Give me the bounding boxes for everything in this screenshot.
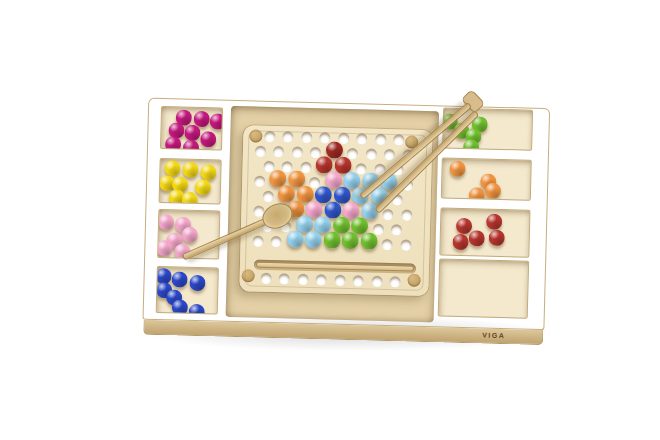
- board-bead-red[interactable]: [315, 156, 332, 173]
- board-bead-orange[interactable]: [296, 185, 313, 202]
- board-hole[interactable]: [391, 224, 402, 235]
- board-hole[interactable]: [355, 163, 366, 174]
- board-hole[interactable]: [301, 131, 312, 142]
- board-bead-pink[interactable]: [305, 200, 322, 217]
- tray-ball-red[interactable]: [469, 230, 485, 246]
- tray-ball-magenta[interactable]: [210, 113, 224, 129]
- viga-logo: VIGA: [482, 332, 505, 340]
- board-hole[interactable]: [371, 275, 382, 286]
- board-hole[interactable]: [347, 147, 358, 158]
- board-hole[interactable]: [334, 274, 345, 285]
- tray-compartment-blue: [156, 266, 219, 315]
- board-hole[interactable]: [381, 238, 392, 249]
- board-bead-light_blue[interactable]: [286, 230, 303, 247]
- board-hole[interactable]: [262, 190, 273, 201]
- board-bead-dark_red[interactable]: [325, 141, 342, 158]
- board-bead-light_blue[interactable]: [304, 230, 321, 247]
- board-hole[interactable]: [282, 131, 293, 142]
- board-bead-orange[interactable]: [269, 169, 286, 186]
- board-hole[interactable]: [375, 133, 386, 144]
- board-bead-green[interactable]: [360, 232, 377, 249]
- board-bead-orange[interactable]: [288, 170, 305, 187]
- corner-peg: [249, 129, 262, 142]
- tray-ball-yellow[interactable]: [181, 192, 197, 205]
- tray-ball-red[interactable]: [456, 218, 472, 234]
- tray-ball-yellow[interactable]: [195, 179, 211, 195]
- tray-ball-pink[interactable]: [158, 214, 174, 230]
- board-hole[interactable]: [382, 208, 393, 219]
- tray-compartment-yellow: [159, 158, 222, 205]
- board-hole[interactable]: [270, 235, 281, 246]
- board-hole[interactable]: [319, 132, 330, 143]
- board-hole[interactable]: [356, 133, 367, 144]
- board-hole[interactable]: [281, 161, 292, 172]
- tray-ball-yellow[interactable]: [182, 162, 198, 178]
- board-hole[interactable]: [252, 235, 263, 246]
- tray-compartment-orange: [441, 157, 532, 200]
- tray-ball-pink[interactable]: [182, 227, 198, 243]
- tray-ball-green[interactable]: [463, 139, 479, 151]
- board-hole[interactable]: [291, 146, 302, 157]
- board-bead-green[interactable]: [351, 217, 368, 234]
- board-hole[interactable]: [372, 223, 383, 234]
- tray-ball-blue[interactable]: [189, 304, 205, 315]
- board-bead-light_blue[interactable]: [295, 215, 312, 232]
- board-hole[interactable]: [263, 160, 274, 171]
- tray-ball-red[interactable]: [486, 214, 502, 230]
- tray-surface: [143, 98, 551, 330]
- board-hole[interactable]: [338, 132, 349, 143]
- tray-ball-magenta[interactable]: [165, 136, 181, 150]
- board-hole[interactable]: [273, 145, 284, 156]
- board-hole[interactable]: [352, 275, 363, 286]
- board-hole[interactable]: [393, 134, 404, 145]
- board-bead-pink[interactable]: [342, 201, 359, 218]
- board-hole[interactable]: [254, 145, 265, 156]
- tray-ball-yellow[interactable]: [164, 160, 180, 176]
- board-hole[interactable]: [309, 176, 320, 187]
- corner-peg: [241, 269, 254, 282]
- tray-ball-blue[interactable]: [171, 271, 187, 287]
- tray-compartment-empty: [438, 258, 529, 318]
- board-hole[interactable]: [264, 130, 275, 141]
- corner-peg: [407, 273, 420, 286]
- tray-ball-red[interactable]: [452, 234, 468, 250]
- tray-ball-orange[interactable]: [485, 183, 501, 199]
- board-hole[interactable]: [278, 273, 289, 284]
- board-bead-light_blue[interactable]: [314, 216, 331, 233]
- board-hole[interactable]: [310, 146, 321, 157]
- board-bead-orange[interactable]: [278, 185, 295, 202]
- board-bead-royal_blue[interactable]: [324, 201, 341, 218]
- product-photo-scene: VIGA: [0, 0, 660, 440]
- wooden-tray: VIGA: [142, 98, 550, 346]
- board-hole[interactable]: [384, 148, 395, 159]
- board-hole[interactable]: [389, 276, 400, 287]
- board-hole[interactable]: [297, 273, 308, 284]
- board-bead-light_blue[interactable]: [343, 171, 360, 188]
- board-hole[interactable]: [254, 175, 265, 186]
- board-hole[interactable]: [300, 161, 311, 172]
- tray-compartment-red: [439, 207, 530, 257]
- board-bead-red[interactable]: [334, 156, 351, 173]
- board-bead-green[interactable]: [341, 231, 358, 248]
- tray-ball-orange[interactable]: [469, 187, 485, 201]
- tray-ball-magenta[interactable]: [200, 131, 216, 147]
- board-hole[interactable]: [315, 274, 326, 285]
- board-hole[interactable]: [400, 239, 411, 250]
- board-hole[interactable]: [365, 148, 376, 159]
- board-bead-pink[interactable]: [325, 171, 342, 188]
- board-bead-royal_blue[interactable]: [333, 186, 350, 203]
- tray-ball-red[interactable]: [489, 230, 505, 246]
- tray-compartment-magenta: [160, 106, 223, 151]
- tray-ball-magenta[interactable]: [184, 125, 200, 141]
- board-bead-royal_blue[interactable]: [315, 186, 332, 203]
- tray-ball-blue[interactable]: [189, 275, 205, 291]
- tray-ball-orange[interactable]: [449, 161, 465, 177]
- tray-ball-yellow[interactable]: [200, 164, 216, 180]
- tray-ball-pink[interactable]: [157, 240, 172, 256]
- board-hole[interactable]: [260, 272, 271, 283]
- board-hole[interactable]: [401, 209, 412, 220]
- center-recess: [226, 106, 439, 322]
- board-bead-green[interactable]: [332, 216, 349, 233]
- board-bead-green[interactable]: [323, 231, 340, 248]
- tray-ball-magenta[interactable]: [183, 140, 199, 151]
- tray-ball-blue[interactable]: [172, 299, 188, 314]
